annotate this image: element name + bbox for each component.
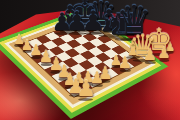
white-pawn[interactable]: ♟ <box>157 46 170 61</box>
pieces-layer: ♟♝♟♚♟♛♝♞♜♛♟♟♟♟♟♟♟♟♟♟♟♟♟♟♟♝♛♟♚♟♟ <box>0 0 180 120</box>
chess-scene: ♟♝♟♚♟♛♝♞♜♛♟♟♟♟♟♟♟♟♟♟♟♟♟♟♟♝♛♟♚♟♟ <box>0 0 180 120</box>
white-pawn[interactable]: ♟ <box>76 78 96 100</box>
white-pawn[interactable]: ♟ <box>118 55 132 71</box>
white-pawn[interactable]: ♟ <box>143 47 157 63</box>
